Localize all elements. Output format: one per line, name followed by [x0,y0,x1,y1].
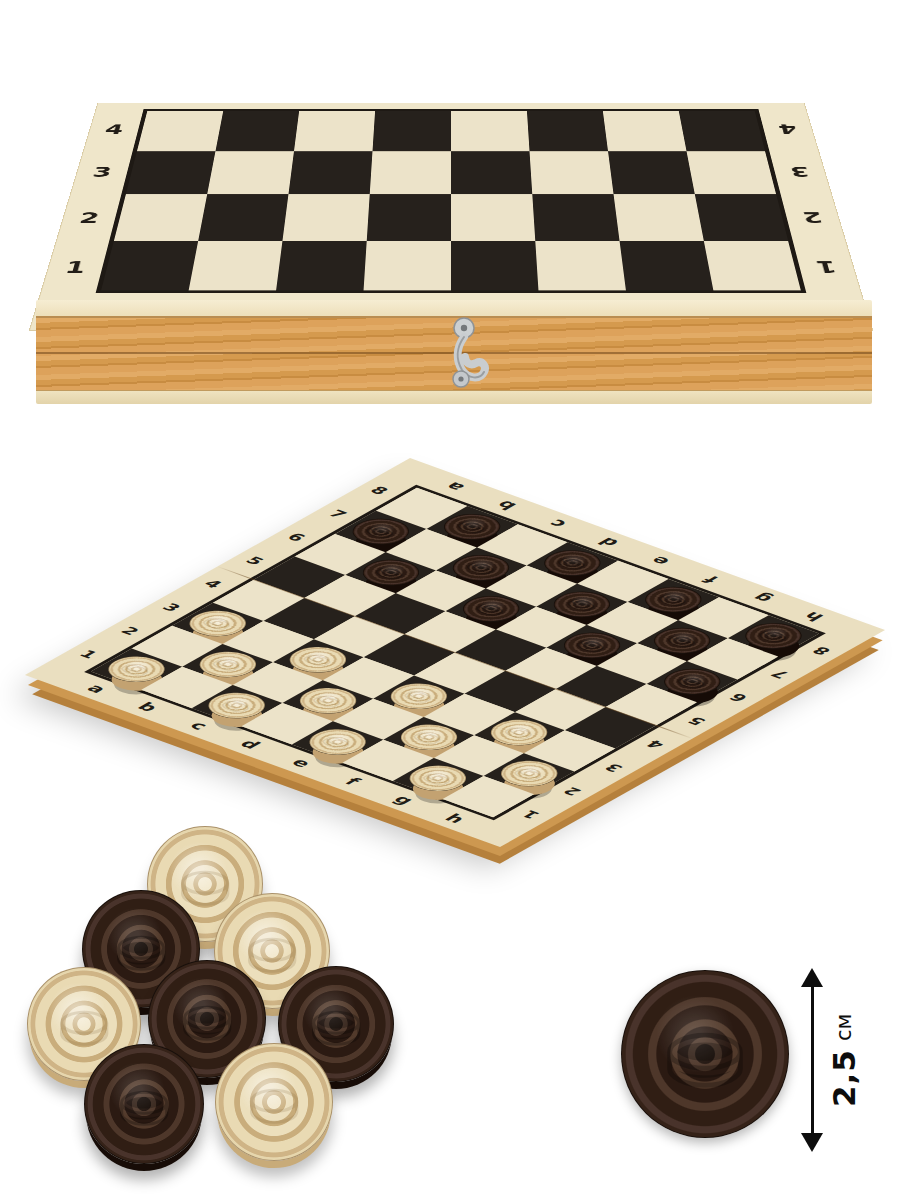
rank-label-2: 2 [781,194,846,242]
box-side-panel [36,300,872,404]
dark-checker-glyph: ⛂ [85,1045,203,1163]
folded-board-top-face: 4321 abcdefgh 4321 [30,103,872,330]
square-e3 [451,151,532,194]
square-g2 [614,194,704,240]
open-board-face: abcdefgh 87654321 ⛂⛂⛂⛂⛂⛂⛂⛂⛂⛂⛂⛂⛀⛀⛀⛀⛀⛀⛀⛀⛀⛀… [25,458,885,847]
square-b2 [198,194,288,240]
light-checker-pile-7: ⛀ [215,1043,333,1161]
metal-clasp-icon [444,316,490,398]
measure-arrow-icon [800,968,824,1152]
square-d4 [372,111,451,151]
square-e1 [451,241,538,291]
square-h3 [687,151,777,194]
square-b3 [207,151,294,194]
square-d2 [367,194,451,240]
square-c4 [294,111,375,151]
square-b4 [215,111,299,151]
folded-chessboard-box: 4321 abcdefgh 4321 [30,0,872,330]
square-a2 [114,194,207,240]
square-d3 [370,151,451,194]
square-a1 [101,241,198,291]
square-f2 [532,194,619,240]
square-h2 [695,194,788,240]
square-f1 [535,241,626,291]
square-c2 [282,194,369,240]
rank-label-3: 3 [769,150,831,194]
square-a4 [137,111,223,151]
dark-checker-pile-6: ⛂ [84,1044,204,1164]
square-h4 [679,111,765,151]
square-c3 [288,151,372,194]
square-g3 [608,151,695,194]
square-d1 [364,241,451,291]
dark-checker-glyph: ⛂ [622,971,788,1137]
size-value: 2,5 [826,1049,862,1107]
square-g1 [620,241,714,291]
square-f4 [527,111,608,151]
square-b1 [189,241,283,291]
folded-board-squares [96,109,807,293]
square-h1 [704,241,801,291]
dark-checker-measured: ⛂ [621,970,789,1138]
square-c1 [276,241,367,291]
arrow-head-down [801,1133,823,1152]
size-unit: см [832,1013,856,1040]
square-f3 [530,151,614,194]
square-e4 [451,111,530,151]
rank-label-4: 4 [758,109,818,150]
square-g4 [603,111,687,151]
square-e2 [451,194,535,240]
size-label: 2,5 см [822,968,866,1152]
product-photo-canvas: 4321 abcdefgh 4321 abcdefgh [0,0,900,1200]
arrow-line [811,974,814,1146]
light-checker-glyph: ⛀ [216,1044,332,1160]
square-a3 [126,151,216,194]
